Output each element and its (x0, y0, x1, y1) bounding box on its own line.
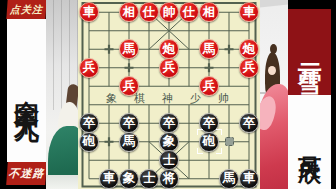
piece-black-cannon-edge[interactable]: 砲 (79, 132, 99, 152)
follow-badge: 点关注 (6, 0, 46, 19)
illustration-face (268, 66, 276, 75)
piece-red-soldier-1[interactable]: 兵 (79, 58, 99, 78)
piece-red-soldier-3[interactable]: 兵 (159, 58, 179, 78)
piece-black-soldier-2[interactable]: 卒 (119, 113, 139, 133)
piece-red-horse-left[interactable]: 馬 (119, 39, 139, 59)
piece-red-elephant-left[interactable]: 相 (119, 2, 139, 22)
left-character-illustration (46, 0, 78, 189)
piece-red-chariot-left[interactable]: 車 (79, 2, 99, 22)
piece-black-chariot-right[interactable]: 車 (239, 169, 259, 189)
piece-red-cannon-edge[interactable]: 炮 (239, 39, 259, 59)
player-name-bottom: 吴可欣 (288, 95, 331, 189)
piece-red-horse-right[interactable]: 馬 (199, 39, 219, 59)
piece-red-advisor-left[interactable]: 仕 (139, 2, 159, 22)
piece-black-soldier-5[interactable]: 卒 (239, 113, 259, 133)
player-name-top: 亓雪 (288, 9, 331, 95)
piece-red-soldier-4[interactable]: 兵 (199, 76, 219, 96)
illustration-floor (46, 175, 78, 189)
left-title-text: 全国个人九 (7, 19, 46, 162)
piece-black-chariot-left[interactable]: 車 (99, 169, 119, 189)
piece-red-general[interactable]: 帥 (159, 2, 179, 22)
last-move-origin-marker (225, 137, 234, 146)
board-intersections[interactable]: 車相仕帥仕相車馬炮馬炮兵兵兵兵兵卒卒卒卒卒砲馬象砲士車象士将馬車 (79, 3, 259, 188)
right-character-illustration (260, 0, 288, 189)
piece-red-cannon-center[interactable]: 炮 (159, 39, 179, 59)
right-caption-column: 亓雪 吴可欣 (288, 0, 331, 189)
piece-black-advisor-center[interactable]: 士 (159, 150, 179, 170)
piece-red-elephant-right[interactable]: 相 (199, 2, 219, 22)
video-frame: 点关注 全国个人九 不迷路 (0, 0, 336, 189)
left-caption-column: 点关注 全国个人九 不迷路 (7, 0, 46, 189)
piece-black-general[interactable]: 将 (159, 169, 179, 189)
illustration-roof-line (260, 0, 288, 8)
piece-red-soldier-2[interactable]: 兵 (119, 76, 139, 96)
piece-black-elephant-center[interactable]: 象 (159, 132, 179, 152)
piece-red-chariot-right[interactable]: 車 (239, 2, 259, 22)
piece-black-horse-left[interactable]: 馬 (119, 132, 139, 152)
xiangqi-board: 象棋神少帅 車相仕帥仕相車馬炮馬炮兵兵兵兵兵卒卒卒卒卒砲馬象砲士車象士将馬車 (78, 0, 260, 189)
piece-black-horse-right[interactable]: 馬 (219, 169, 239, 189)
piece-black-advisor-left[interactable]: 士 (139, 169, 159, 189)
piece-red-advisor-right[interactable]: 仕 (179, 2, 199, 22)
dont-get-lost-badge: 不迷路 (6, 162, 47, 185)
last-move-destination-marker (197, 129, 222, 154)
illustration-hair-bun (270, 44, 277, 54)
piece-black-soldier-3[interactable]: 卒 (159, 113, 179, 133)
piece-black-soldier-1[interactable]: 卒 (79, 113, 99, 133)
piece-red-soldier-5[interactable]: 兵 (239, 58, 259, 78)
piece-black-elephant-left[interactable]: 象 (119, 169, 139, 189)
